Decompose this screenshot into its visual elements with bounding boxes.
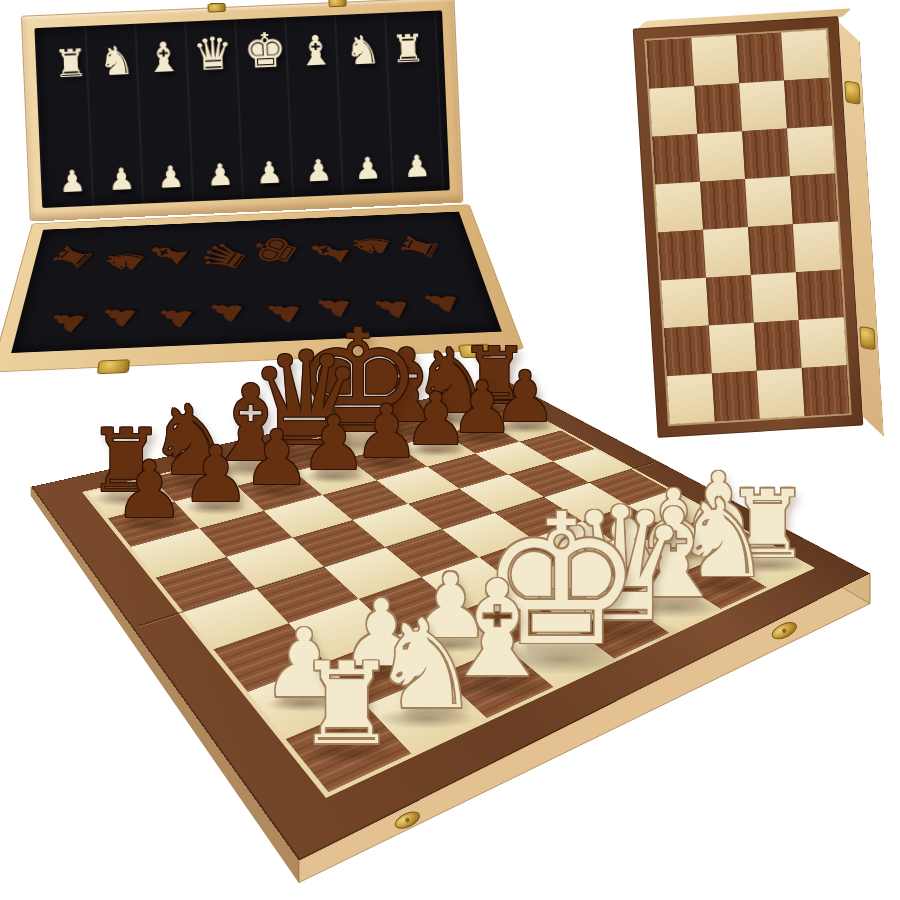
stored-white-pawn-icon: ♟ (403, 151, 431, 182)
stored-dark-pawn-icon: ♟ (308, 289, 364, 324)
brass-clasp-icon (844, 81, 861, 105)
folded-square-r2c1 (649, 86, 697, 137)
folded-square-r1c2 (691, 35, 739, 86)
folded-square-r8c1 (667, 373, 715, 424)
folded-square-r6c4 (796, 269, 844, 320)
folded-square-r3c2 (697, 131, 745, 182)
folded-square-r7c3 (754, 320, 802, 371)
lid-stored-pawns: ♟♟♟♟♟♟♟♟ (46, 151, 443, 198)
box-lid: ♜♞♝♛♚♝♞♜ ♟♟♟♟♟♟♟♟ (21, 0, 464, 222)
folded-square-r3c1 (652, 134, 700, 185)
folded-square-r5c1 (658, 230, 706, 281)
folded-square-r2c3 (739, 81, 787, 132)
lid-stored-major-pieces: ♜♞♝♛♚♝♞♜ (41, 19, 439, 84)
folded-chessboard (633, 16, 864, 438)
stored-white-pawn-icon: ♟ (58, 166, 86, 197)
tray-stored-pawns: ♟♟♟♟♟♟♟♟ (18, 285, 494, 337)
brass-clasp-icon (393, 809, 422, 832)
brass-clasp-icon (457, 344, 493, 359)
box-tray-felt: ♜♞♝♛♚♝♞♜ ♟♟♟♟♟♟♟♟ (11, 212, 502, 353)
folded-square-r3c4 (787, 126, 835, 177)
folded-square-r5c3 (748, 224, 796, 275)
folded-board-face (633, 16, 864, 438)
stored-dark-pawn-icon: ♟ (365, 290, 414, 323)
folded-square-r4c2 (700, 179, 748, 230)
folded-square-r5c2 (703, 227, 751, 278)
chess-board (31, 381, 870, 861)
chess-board-squares (82, 395, 815, 798)
box-base-tray: ♜♞♝♛♚♝♞♜ ♟♟♟♟♟♟♟♟ (0, 204, 524, 372)
stored-white-bishop-icon: ♝ (297, 30, 336, 73)
folded-square-r8c4 (802, 365, 850, 416)
folded-square-r8c2 (712, 371, 760, 422)
box-hinge-icon (328, 0, 346, 7)
folded-square-r1c3 (736, 33, 784, 84)
folded-square-r8c3 (757, 368, 805, 419)
stored-dark-pawn-icon: ♟ (257, 295, 307, 329)
stored-white-pawn-icon: ♟ (206, 160, 234, 191)
folded-square-r4c1 (655, 182, 703, 233)
stored-white-pawn-icon: ♟ (305, 155, 333, 186)
tray-stored-major-pieces: ♜♞♝♛♚♝♞♜ (32, 223, 475, 282)
folded-square-r7c4 (799, 317, 847, 368)
stored-dark-pawn-icon: ♟ (148, 300, 199, 334)
stored-white-bishop-icon: ♝ (144, 37, 183, 80)
stored-white-knight-icon: ♞ (98, 40, 136, 82)
brass-clasp-icon (770, 619, 799, 642)
folded-square-r1c4 (781, 30, 829, 81)
stored-dark-pawn-icon: ♟ (40, 304, 93, 338)
stored-white-pawn-icon: ♟ (108, 164, 136, 195)
folded-square-r4c4 (790, 174, 838, 225)
folded-square-r7c1 (664, 326, 712, 377)
stored-white-king-icon: ♚ (243, 25, 288, 75)
stored-white-pawn-icon: ♟ (255, 157, 283, 188)
stored-dark-pawn-icon: ♟ (92, 299, 150, 335)
folded-square-r2c2 (694, 83, 742, 134)
stored-white-pawn-icon: ♟ (157, 162, 185, 193)
stored-white-rook-icon: ♜ (391, 29, 427, 68)
box-lid-felt: ♜♞♝♛♚♝♞♜ ♟♟♟♟♟♟♟♟ (34, 10, 449, 208)
folded-square-r4c3 (745, 176, 793, 227)
box-hinge-icon (207, 3, 225, 13)
folded-square-r6c3 (751, 272, 799, 323)
stored-dark-pawn-icon: ♟ (200, 294, 257, 329)
folded-square-r2c4 (784, 78, 832, 129)
folded-square-r6c1 (661, 278, 709, 329)
product-photo-scene: ♜♞♝♛♚♝♞♜ ♟♟♟♟♟♟♟♟ ♜♞♝♛♚♝♞♜ ♟♟♟♟♟♟♟♟ (0, 0, 900, 900)
brass-clasp-icon (859, 326, 876, 350)
stored-white-rook-icon: ♜ (53, 44, 89, 83)
folded-board-grid (646, 30, 849, 424)
brass-clasp-icon (97, 359, 130, 374)
folded-square-r1c1 (646, 38, 694, 89)
stored-white-pawn-icon: ♟ (354, 153, 382, 184)
stored-dark-pawn-icon: ♟ (416, 285, 471, 320)
stored-white-queen-icon: ♛ (192, 31, 234, 78)
folded-square-r3c3 (742, 128, 790, 179)
storage-box-open: ♜♞♝♛♚♝♞♜ ♟♟♟♟♟♟♟♟ ♜♞♝♛♚♝♞♜ ♟♟♟♟♟♟♟♟ (15, 0, 482, 358)
folded-square-r5c4 (793, 222, 841, 273)
folded-square-r7c2 (709, 323, 757, 374)
stored-white-knight-icon: ♞ (344, 29, 382, 71)
folded-square-r6c2 (706, 275, 754, 326)
